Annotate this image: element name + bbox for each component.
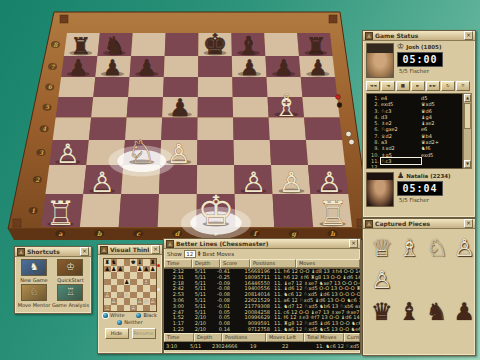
square-h3[interactable] [306, 140, 345, 165]
toolbar-button-4[interactable]: ►► [426, 81, 440, 91]
move-row: 12. [367, 164, 462, 169]
square-h6[interactable] [301, 77, 338, 97]
black-clock: 05:04 [397, 181, 443, 196]
piece-black-pawn-g7[interactable]: ♟ [274, 55, 293, 80]
panel-title: Game Status [375, 32, 462, 39]
captured-white-piece: ♕ [371, 235, 393, 261]
toolbar-button-5[interactable]: ↻ [441, 81, 455, 91]
square-g8[interactable] [264, 33, 299, 56]
captured-black-row: ♛♝♞♟ [363, 299, 475, 325]
footer-header-positions: Positions [222, 333, 266, 342]
game-status-panel: ♙ Game Status × ♔ Josh (1805) 05:00 5/5 … [362, 30, 476, 218]
toolbar-button-2[interactable]: ■ [396, 81, 410, 91]
footer-value: 11. ♞c6 12 ♘xd5 ♝d6 13 O-O [314, 342, 360, 350]
captured-white-row-2: ♙ [363, 267, 475, 293]
piece-white-pawn-d3[interactable]: ♙ [167, 138, 191, 169]
panel-title: Better Lines (Chessmaster) [176, 240, 347, 247]
square-a2[interactable] [45, 165, 86, 194]
square-d7[interactable] [164, 56, 198, 77]
better-lines-titlebar[interactable]: ♙ Better Lines (Chessmaster) × [164, 239, 360, 249]
footer-header-total-moves: Total Moves [304, 333, 344, 342]
close-icon[interactable]: × [464, 31, 473, 40]
resume-button[interactable]: Resume [132, 328, 156, 339]
close-icon[interactable]: × [349, 239, 358, 248]
square-a6[interactable] [58, 77, 95, 97]
window-icon: ♙ [365, 220, 373, 228]
piece-black-pawn-c7[interactable]: ♟ [137, 55, 156, 80]
spin-down-icon[interactable]: ▼ [198, 254, 201, 258]
red-dot [157, 264, 160, 267]
toolbar-button-1[interactable]: ◄ [381, 81, 395, 91]
piece-white-bishop-g5[interactable]: ♗ [273, 88, 300, 123]
thinking-mini-board: ♜♞♚♝♜♟♟♟♟♟♟♟♗♙♘♙♙♙♙♙♖♔♖ [103, 258, 157, 312]
desktop: 12345678abcdefgh♜♞♚♝♜♟♟♟♟♟♟♟♗♙♘♙♙♙♙♙♖♔♖ … [0, 0, 480, 360]
panel-title: Captured Pieces [375, 220, 462, 227]
square-c1[interactable] [119, 194, 159, 227]
square-b6[interactable] [93, 77, 129, 97]
white-player-photo [366, 43, 394, 78]
best-moves-label: Best Moves [203, 251, 235, 257]
piece-white-rook-a1[interactable]: ♖ [45, 194, 75, 233]
white-indicator-dot-2 [349, 139, 355, 145]
piece-white-pawn-g2[interactable]: ♙ [279, 166, 304, 199]
scroll-up-icon[interactable]: ▲ [464, 94, 471, 102]
radio-black[interactable]: Black [136, 312, 157, 318]
visual-thinking-titlebar[interactable]: ♙ Visual Thinking × [98, 245, 162, 255]
white-indicator-dot-1 [346, 131, 352, 137]
shortcut-move-mentor[interactable]: ♘Move Mentor [17, 284, 51, 308]
square-c5[interactable] [127, 97, 163, 118]
current-analysis-row: 3:105/1123024666192211. ♞c6 12 ♘xd5 ♝d6 … [164, 342, 360, 350]
show-count-input[interactable]: 12 [184, 250, 196, 258]
shortcuts-panel: ♙ Shortcuts × ♞New Game♔QuickStart♘Move … [14, 246, 92, 314]
captured-black-piece: ♝ [399, 299, 421, 325]
move-black[interactable] [421, 164, 461, 169]
captured-pieces-titlebar[interactable]: ♙ Captured Pieces × [363, 219, 475, 229]
radio-label: Neither [124, 319, 142, 325]
piece-black-pawn-f7[interactable]: ♟ [240, 55, 259, 80]
column-header-score[interactable]: Score [220, 259, 250, 268]
toolbar-button-6[interactable]: ≡ [456, 81, 470, 91]
white-player-info: ♔ Josh (1805) 05:00 5/5 Fischer [363, 41, 475, 80]
piece-white-pawn-b2[interactable]: ♙ [90, 166, 115, 199]
black-player-info: ♟ Natalia (2234) 05:04 5/5 Fischer [363, 170, 475, 209]
scrollbar-thumb[interactable] [464, 103, 471, 129]
captured-pieces-panel: ♙ Captured Pieces × ♕♗♘♙ ♙ ♛♝♞♟ [362, 218, 476, 356]
game-analysis-icon: ♖ [57, 284, 83, 301]
shortcut-quickstart[interactable]: ♔QuickStart [52, 259, 89, 283]
column-header-depth[interactable]: Depth [192, 259, 220, 268]
square-d8[interactable] [165, 33, 199, 56]
rank-label-1: 1 [31, 207, 35, 214]
footer-header-depth: Depth [194, 333, 222, 342]
shortcut-label: QuickStart [57, 277, 83, 283]
piece-white-rook-h1[interactable]: ♖ [317, 194, 347, 233]
footer-value: 5/11 [188, 342, 210, 350]
footer-value: 23024666 [210, 342, 248, 350]
show-label: Show [167, 251, 182, 257]
game-status-titlebar[interactable]: ♙ Game Status × [363, 31, 475, 41]
move-mentor-icon: ♘ [21, 284, 47, 301]
move-number: 12. [367, 164, 381, 169]
red-indicator-dot [336, 95, 341, 100]
black-indicator-dot [337, 103, 342, 108]
radio-label: Black [143, 312, 157, 318]
column-header-positions[interactable]: Positions [250, 259, 296, 268]
radio-white[interactable]: White [103, 312, 125, 318]
square-f3[interactable] [234, 140, 271, 165]
captured-white-piece: ♗ [399, 235, 421, 261]
panel-title: Visual Thinking [110, 246, 149, 253]
captured-black-piece: ♛ [371, 299, 393, 325]
mini-square-h1: ♖ [150, 305, 157, 312]
move-list[interactable]: 1.e4d52.exd5♛xd53.♘c3♛d64.d3♝g45.♗e2♝xe2… [366, 93, 463, 169]
close-icon[interactable]: × [80, 247, 89, 256]
piece-white-knight-c3[interactable]: ♘ [127, 133, 156, 171]
shortcut-label: Move Mentor [18, 302, 51, 308]
window-icon: ♙ [166, 240, 174, 248]
black-player-name: Natalia (2234) [406, 173, 450, 179]
scroll-down-icon[interactable]: ▼ [464, 160, 471, 168]
radio-dot [117, 320, 122, 325]
footer-value: 22 [280, 342, 314, 350]
square-e4[interactable] [197, 118, 233, 141]
square-f6[interactable] [232, 77, 267, 97]
captured-black-piece: ♞ [426, 299, 448, 325]
white-dot [157, 288, 160, 291]
footer-value: 3:10 [164, 342, 188, 350]
better-lines-panel: ♙ Better Lines (Chessmaster) × Show 12 ▲… [163, 238, 361, 354]
square-b4[interactable] [89, 118, 127, 141]
new-game-icon: ♞ [21, 259, 47, 276]
black-side-icon: ♟ [397, 172, 404, 180]
piece-black-pawn-b7[interactable]: ♟ [103, 55, 122, 80]
piece-white-king-e1[interactable]: ♔ [197, 186, 234, 235]
shortcuts-titlebar[interactable]: ♙ Shortcuts × [15, 247, 91, 257]
file-label-b: b [97, 230, 102, 238]
footer-header-time: Time [164, 333, 194, 342]
piece-white-pawn-a3[interactable]: ♙ [56, 138, 80, 169]
square-h4[interactable] [304, 118, 342, 141]
radio-dot [136, 313, 141, 318]
footer-header-current-move-s-: Current Move(s) [344, 333, 360, 342]
white-player-name: Josh (1805) [406, 44, 441, 50]
close-icon[interactable]: × [464, 219, 473, 228]
radio-neither[interactable]: Neither [117, 319, 142, 325]
toolbar-button-0[interactable]: ◄◄ [366, 81, 380, 91]
captured-white-piece: ♘ [426, 235, 448, 261]
shortcut-label: New Game [20, 277, 47, 283]
shortcut-new-game[interactable]: ♞New Game [17, 259, 51, 283]
piece-black-pawn-a7[interactable]: ♟ [69, 55, 88, 80]
square-e6[interactable] [198, 77, 233, 97]
piece-black-pawn-h7[interactable]: ♟ [308, 55, 327, 80]
hide-button[interactable]: Hide [105, 328, 129, 339]
shortcut-game-analysis[interactable]: ♖Game Analysis [52, 284, 89, 308]
radio-label: White [110, 312, 125, 318]
square-c6[interactable] [128, 77, 164, 97]
quickstart-icon: ♔ [57, 259, 83, 276]
shortcut-label: Game Analysis [52, 302, 89, 308]
captured-white-piece: ♙ [371, 267, 393, 293]
square-e5[interactable] [198, 97, 233, 118]
square-f5[interactable] [233, 97, 269, 118]
square-f4[interactable] [233, 118, 270, 141]
square-e3[interactable] [197, 140, 234, 165]
column-header-time[interactable]: Time [164, 259, 192, 268]
captured-white-row: ♕♗♘♙ [363, 235, 475, 261]
toolbar-button-3[interactable]: ► [411, 81, 425, 91]
window-icon: ♙ [17, 248, 25, 256]
piece-white-pawn-f2[interactable]: ♙ [241, 166, 266, 199]
square-a5[interactable] [56, 97, 94, 118]
black-time-control: 5/5 Fischer [397, 197, 451, 203]
column-header-moves[interactable]: Moves [296, 259, 360, 268]
captured-black-piece: ♟ [454, 299, 476, 325]
window-icon: ♙ [100, 246, 108, 254]
radio-dot [103, 313, 108, 318]
square-c8[interactable] [131, 33, 166, 56]
white-clock: 05:00 [397, 52, 443, 67]
close-icon[interactable]: × [151, 245, 160, 254]
panel-title: Shortcuts [27, 248, 78, 255]
footer-value: 19 [248, 342, 280, 350]
visual-thinking-panel: ♙ Visual Thinking × ♜♞♚♝♜♟♟♟♟♟♟♟♗♙♘♙♙♙♙♙… [97, 244, 163, 354]
captured-white-piece: ♙ [454, 235, 476, 261]
square-g3[interactable] [270, 140, 308, 165]
analysis-lines-table[interactable]: 2:125/11-0.411566819611. h6 12 O-O ♝d8 1… [164, 268, 360, 333]
square-a4[interactable] [53, 118, 92, 141]
footer-header-moves-left: Moves Left [266, 333, 304, 342]
playback-toolbar: ◄◄◄■►►►↻≡ [363, 80, 475, 92]
move-list-scrollbar[interactable]: ▲ ▼ [463, 93, 472, 169]
piece-black-king-e8[interactable]: ♚ [203, 28, 228, 61]
square-h5[interactable] [302, 97, 339, 118]
square-b5[interactable] [91, 97, 128, 118]
white-side-icon: ♔ [397, 43, 404, 51]
white-time-control: 5/5 Fischer [397, 68, 443, 74]
window-icon: ♙ [365, 32, 373, 40]
black-player-photo [366, 172, 394, 207]
piece-black-pawn-d5[interactable]: ♟ [169, 94, 190, 122]
move-white[interactable] [381, 164, 421, 169]
